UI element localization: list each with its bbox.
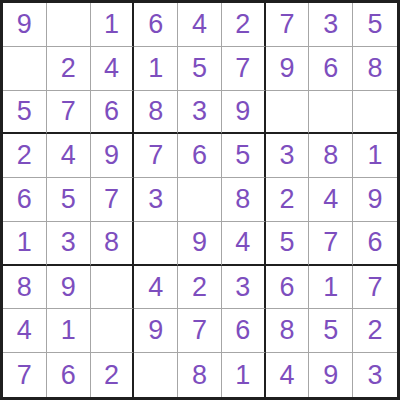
sudoku-cell-r7c5: 2: [178, 266, 222, 310]
sudoku-cell-r1c8: 3: [309, 3, 353, 47]
sudoku-cell-r3c6: 9: [222, 91, 266, 135]
sudoku-cell-r9c7: 4: [266, 353, 310, 397]
sudoku-cell-r4c2: 4: [47, 134, 91, 178]
sudoku-cell-r3c3: 6: [91, 91, 135, 135]
sudoku-cell-r2c6: 7: [222, 47, 266, 91]
sudoku-cell-r9c6: 1: [222, 353, 266, 397]
sudoku-cell-r6c5: 9: [178, 222, 222, 266]
sudoku-cell-r1c1: 9: [3, 3, 47, 47]
sudoku-cell-r6c7: 5: [266, 222, 310, 266]
sudoku-cell-r7c2: 9: [47, 266, 91, 310]
sudoku-cell-r7c3[interactable]: [91, 266, 135, 310]
sudoku-cell-r7c9: 7: [353, 266, 397, 310]
sudoku-cell-r8c1: 4: [3, 309, 47, 353]
sudoku-cell-r2c3: 4: [91, 47, 135, 91]
sudoku-cell-r6c9: 6: [353, 222, 397, 266]
sudoku-cell-r5c5[interactable]: [178, 178, 222, 222]
sudoku-cell-r4c7: 3: [266, 134, 310, 178]
sudoku-cell-r3c8[interactable]: [309, 91, 353, 135]
sudoku-cell-r9c4[interactable]: [134, 353, 178, 397]
sudoku-cell-r3c4: 8: [134, 91, 178, 135]
sudoku-cell-r8c9: 2: [353, 309, 397, 353]
sudoku-cell-r5c1: 6: [3, 178, 47, 222]
sudoku-cell-r1c5: 4: [178, 3, 222, 47]
sudoku-cell-r2c1[interactable]: [3, 47, 47, 91]
sudoku-cell-r3c9[interactable]: [353, 91, 397, 135]
sudoku-cell-r4c8: 8: [309, 134, 353, 178]
sudoku-cell-r4c3: 9: [91, 134, 135, 178]
sudoku-cell-r7c6: 3: [222, 266, 266, 310]
sudoku-cell-r6c6: 4: [222, 222, 266, 266]
sudoku-cell-r8c4: 9: [134, 309, 178, 353]
sudoku-cell-r9c1: 7: [3, 353, 47, 397]
sudoku-cell-r4c4: 7: [134, 134, 178, 178]
sudoku-cell-r3c1: 5: [3, 91, 47, 135]
sudoku-cell-r2c7: 9: [266, 47, 310, 91]
sudoku-cell-r6c1: 1: [3, 222, 47, 266]
sudoku-cell-r1c6: 2: [222, 3, 266, 47]
sudoku-board: 9164273524157968576839249765381657382491…: [0, 0, 400, 400]
sudoku-cell-r3c5: 3: [178, 91, 222, 135]
sudoku-cell-r6c3: 8: [91, 222, 135, 266]
sudoku-cell-r5c8: 4: [309, 178, 353, 222]
sudoku-cell-r4c6: 5: [222, 134, 266, 178]
sudoku-cell-r6c4[interactable]: [134, 222, 178, 266]
sudoku-cell-r1c4: 6: [134, 3, 178, 47]
sudoku-cell-r5c2: 5: [47, 178, 91, 222]
sudoku-cell-r5c3: 7: [91, 178, 135, 222]
sudoku-cell-r8c7: 8: [266, 309, 310, 353]
sudoku-cell-r2c9: 8: [353, 47, 397, 91]
sudoku-cell-r1c2[interactable]: [47, 3, 91, 47]
sudoku-cell-r1c7: 7: [266, 3, 310, 47]
sudoku-cell-r6c8: 7: [309, 222, 353, 266]
sudoku-cell-r2c5: 5: [178, 47, 222, 91]
sudoku-cell-r5c9: 9: [353, 178, 397, 222]
sudoku-cell-r9c5: 8: [178, 353, 222, 397]
sudoku-cell-r9c3: 2: [91, 353, 135, 397]
sudoku-cell-r1c3: 1: [91, 3, 135, 47]
sudoku-cell-r8c6: 6: [222, 309, 266, 353]
sudoku-cell-r1c9: 5: [353, 3, 397, 47]
sudoku-cell-r5c6: 8: [222, 178, 266, 222]
sudoku-cell-r7c4: 4: [134, 266, 178, 310]
sudoku-cell-r4c1: 2: [3, 134, 47, 178]
sudoku-cell-r7c8: 1: [309, 266, 353, 310]
sudoku-cell-r8c8: 5: [309, 309, 353, 353]
sudoku-cell-r8c2: 1: [47, 309, 91, 353]
sudoku-cell-r4c5: 6: [178, 134, 222, 178]
sudoku-cell-r3c7[interactable]: [266, 91, 310, 135]
sudoku-cell-r9c9: 3: [353, 353, 397, 397]
sudoku-cell-r8c3[interactable]: [91, 309, 135, 353]
sudoku-cell-r6c2: 3: [47, 222, 91, 266]
sudoku-cell-r2c4: 1: [134, 47, 178, 91]
sudoku-cell-r8c5: 7: [178, 309, 222, 353]
sudoku-cell-r2c8: 6: [309, 47, 353, 91]
sudoku-cell-r9c8: 9: [309, 353, 353, 397]
sudoku-cell-r7c1: 8: [3, 266, 47, 310]
sudoku-cell-r3c2: 7: [47, 91, 91, 135]
sudoku-cell-r2c2: 2: [47, 47, 91, 91]
sudoku-cell-r4c9: 1: [353, 134, 397, 178]
sudoku-cell-r5c4: 3: [134, 178, 178, 222]
sudoku-cell-r7c7: 6: [266, 266, 310, 310]
sudoku-cell-r9c2: 6: [47, 353, 91, 397]
sudoku-cell-r5c7: 2: [266, 178, 310, 222]
